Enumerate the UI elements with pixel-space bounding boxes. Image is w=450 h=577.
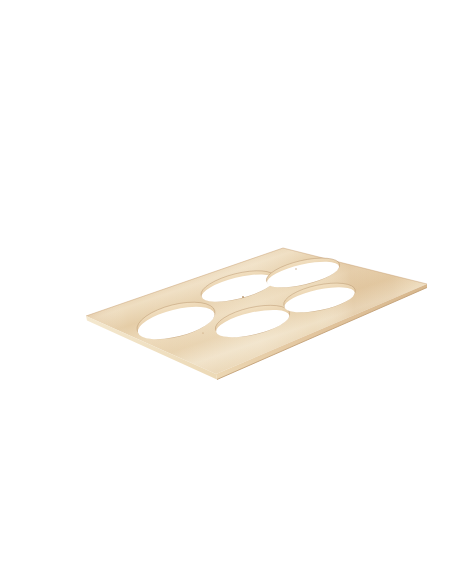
- wood-speck-1: [242, 296, 244, 298]
- wood-speck-2: [295, 268, 296, 269]
- scene-svg: [0, 0, 450, 577]
- wood-speck-3: [202, 332, 203, 333]
- product-photo: [0, 0, 450, 577]
